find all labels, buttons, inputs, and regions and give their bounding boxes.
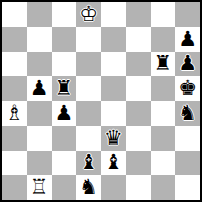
square-f6[interactable] (126, 52, 151, 77)
square-b6[interactable] (27, 52, 52, 77)
piece-wB-a4[interactable]: ♝♗ (2, 101, 27, 126)
square-a5[interactable] (2, 76, 27, 101)
square-a6[interactable] (2, 52, 27, 77)
square-e6[interactable] (101, 52, 126, 77)
square-a8[interactable] (2, 2, 27, 27)
square-d6[interactable] (76, 52, 101, 77)
square-d8[interactable]: ♚♔ (76, 2, 101, 27)
square-f7[interactable] (126, 27, 151, 52)
square-b7[interactable] (27, 27, 52, 52)
square-a3[interactable] (2, 126, 27, 151)
square-d1[interactable]: ♞ (76, 175, 101, 200)
black-piece-glyph: ♟ (27, 76, 52, 101)
square-h1[interactable] (175, 175, 200, 200)
square-f2[interactable] (126, 151, 151, 176)
black-piece-glyph: ♟ (175, 52, 200, 77)
square-h6[interactable]: ♟ (175, 52, 200, 77)
piece-bB-e2[interactable]: ♝ (101, 151, 126, 176)
piece-bN-d1[interactable]: ♞ (76, 175, 101, 200)
black-piece-glyph: ♜ (151, 52, 176, 77)
square-b1[interactable]: ♜♖ (27, 175, 52, 200)
square-d3[interactable] (76, 126, 101, 151)
piece-bP-b5[interactable]: ♟ (27, 76, 52, 101)
square-f3[interactable] (126, 126, 151, 151)
square-f5[interactable] (126, 76, 151, 101)
black-piece-glyph: ♞ (175, 101, 200, 126)
square-e8[interactable] (101, 2, 126, 27)
square-b3[interactable] (27, 126, 52, 151)
square-e1[interactable] (101, 175, 126, 200)
square-c4[interactable]: ♟ (52, 101, 77, 126)
black-piece-glyph: ♜ (52, 76, 77, 101)
square-e3[interactable]: ♛ (101, 126, 126, 151)
black-piece-glyph: ♝ (101, 151, 126, 176)
square-c6[interactable] (52, 52, 77, 77)
square-g8[interactable] (151, 2, 176, 27)
square-h4[interactable]: ♞ (175, 101, 200, 126)
square-g7[interactable] (151, 27, 176, 52)
square-d5[interactable] (76, 76, 101, 101)
black-piece-glyph: ♞ (76, 175, 101, 200)
square-h7[interactable]: ♟ (175, 27, 200, 52)
square-b4[interactable] (27, 101, 52, 126)
square-a2[interactable] (2, 151, 27, 176)
square-h3[interactable] (175, 126, 200, 151)
piece-bP-h7[interactable]: ♟ (175, 27, 200, 52)
square-b2[interactable] (27, 151, 52, 176)
black-piece-glyph: ♟ (175, 27, 200, 52)
piece-bN-h4[interactable]: ♞ (175, 101, 200, 126)
chess-board: ♚♔♟♜♟♟♜♚♝♗♟♞♛♝♝♜♖♞ (0, 0, 202, 202)
piece-bP-h6[interactable]: ♟ (175, 52, 200, 77)
square-g4[interactable] (151, 101, 176, 126)
piece-bQ-e3[interactable]: ♛ (101, 126, 126, 151)
square-d4[interactable] (76, 101, 101, 126)
square-f4[interactable] (126, 101, 151, 126)
square-e7[interactable] (101, 27, 126, 52)
white-piece-outline: ♖ (27, 175, 52, 200)
square-c3[interactable] (52, 126, 77, 151)
square-e4[interactable] (101, 101, 126, 126)
square-b8[interactable] (27, 2, 52, 27)
square-c1[interactable] (52, 175, 77, 200)
square-g6[interactable]: ♜ (151, 52, 176, 77)
square-g2[interactable] (151, 151, 176, 176)
piece-bR-g6[interactable]: ♜ (151, 52, 176, 77)
square-a1[interactable] (2, 175, 27, 200)
square-b5[interactable]: ♟ (27, 76, 52, 101)
square-c7[interactable] (52, 27, 77, 52)
white-piece-outline: ♔ (76, 2, 101, 27)
piece-bP-c4[interactable]: ♟ (52, 101, 77, 126)
square-a4[interactable]: ♝♗ (2, 101, 27, 126)
square-f8[interactable] (126, 2, 151, 27)
square-a7[interactable] (2, 27, 27, 52)
black-piece-glyph: ♚ (175, 76, 200, 101)
square-d2[interactable]: ♝ (76, 151, 101, 176)
black-piece-glyph: ♟ (52, 101, 77, 126)
black-piece-glyph: ♝ (76, 151, 101, 176)
piece-bR-c5[interactable]: ♜ (52, 76, 77, 101)
piece-wK-d8[interactable]: ♚♔ (76, 2, 101, 27)
square-e5[interactable] (101, 76, 126, 101)
black-piece-glyph: ♛ (101, 126, 126, 151)
square-c5[interactable]: ♜ (52, 76, 77, 101)
piece-bB-d2[interactable]: ♝ (76, 151, 101, 176)
square-h2[interactable] (175, 151, 200, 176)
square-c8[interactable] (52, 2, 77, 27)
square-f1[interactable] (126, 175, 151, 200)
white-piece-outline: ♗ (2, 101, 27, 126)
piece-bK-h5[interactable]: ♚ (175, 76, 200, 101)
square-g1[interactable] (151, 175, 176, 200)
square-g5[interactable] (151, 76, 176, 101)
square-c2[interactable] (52, 151, 77, 176)
square-d7[interactable] (76, 27, 101, 52)
square-e2[interactable]: ♝ (101, 151, 126, 176)
square-g3[interactable] (151, 126, 176, 151)
piece-wR-b1[interactable]: ♜♖ (27, 175, 52, 200)
square-h5[interactable]: ♚ (175, 76, 200, 101)
square-h8[interactable] (175, 2, 200, 27)
